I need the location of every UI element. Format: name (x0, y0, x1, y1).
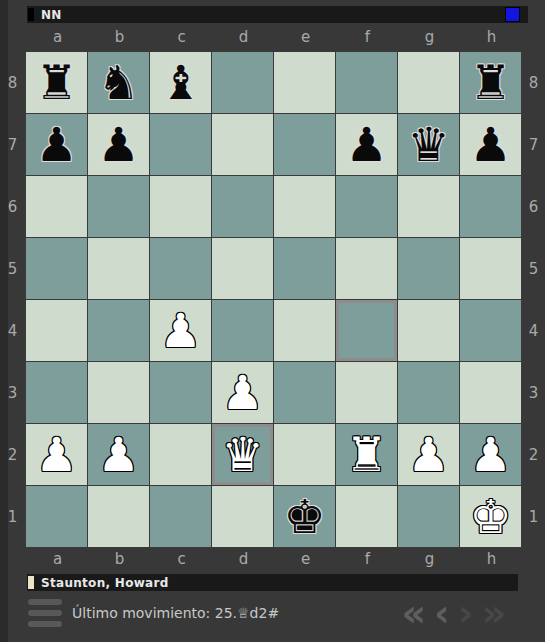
menu-button[interactable] (28, 599, 62, 627)
white-color-tick (28, 576, 34, 589)
square-e7[interactable] (274, 114, 335, 175)
square-a5[interactable] (26, 238, 87, 299)
white-queen: ♛ (221, 431, 263, 478)
square-b8[interactable]: ♞ (88, 52, 149, 113)
square-h1[interactable]: ♚ (460, 486, 521, 547)
square-h7[interactable]: ♟ (460, 114, 521, 175)
square-a1[interactable] (26, 486, 87, 547)
square-e1[interactable]: ♚ (274, 486, 335, 547)
square-g2[interactable]: ♟ (398, 424, 459, 485)
file-label-c: c (151, 28, 212, 46)
square-d3[interactable]: ♟ (212, 362, 273, 423)
white-player-bar: Staunton, Howard (27, 574, 518, 591)
white-pawn: ♟ (469, 431, 511, 478)
square-b6[interactable] (88, 176, 149, 237)
rank-label-8: 8 (522, 52, 545, 113)
move-navigation: «‹›» (402, 599, 518, 627)
square-g1[interactable] (398, 486, 459, 547)
file-label-f: f (337, 550, 398, 568)
board-area: 87654321 ♜♞♝♜♟♟♟♛♟♟♟♟♟♛♜♟♟♚♚ 87654321 (0, 51, 545, 548)
square-a2[interactable]: ♟ (26, 424, 87, 485)
white-pawn: ♟ (407, 431, 449, 478)
black-knight: ♞ (97, 59, 139, 106)
square-e8[interactable] (274, 52, 335, 113)
black-pawn: ♟ (35, 121, 77, 168)
nav-next-button[interactable]: › (458, 599, 474, 627)
square-d4[interactable] (212, 300, 273, 361)
file-label-g: g (399, 550, 460, 568)
chess-app-window: NN abcdefgh 87654321 ♜♞♝♜♟♟♟♛♟♟♟♟♟♛♜♟♟♚♚… (0, 0, 545, 642)
file-label-h: h (461, 28, 522, 46)
file-label-e: e (275, 28, 336, 46)
file-labels-bottom: abcdefgh (27, 548, 545, 570)
file-label-e: e (275, 550, 336, 568)
file-label-c: c (151, 550, 212, 568)
square-h8[interactable]: ♜ (460, 52, 521, 113)
file-label-a: a (27, 28, 88, 46)
black-pawn: ♟ (345, 121, 387, 168)
square-d2[interactable]: ♛ (212, 424, 273, 485)
square-g6[interactable] (398, 176, 459, 237)
nav-first-button[interactable]: « (402, 599, 427, 627)
square-g4[interactable] (398, 300, 459, 361)
square-c8[interactable]: ♝ (150, 52, 211, 113)
blue-status-square (505, 7, 520, 22)
square-d7[interactable] (212, 114, 273, 175)
file-label-f: f (337, 28, 398, 46)
square-f1[interactable] (336, 486, 397, 547)
square-b5[interactable] (88, 238, 149, 299)
square-a3[interactable] (26, 362, 87, 423)
square-e5[interactable] (274, 238, 335, 299)
square-h6[interactable] (460, 176, 521, 237)
square-c7[interactable] (150, 114, 211, 175)
rank-label-2: 2 (522, 424, 545, 485)
square-c3[interactable] (150, 362, 211, 423)
black-queen: ♛ (407, 121, 449, 168)
square-e3[interactable] (274, 362, 335, 423)
square-g3[interactable] (398, 362, 459, 423)
square-f7[interactable]: ♟ (336, 114, 397, 175)
square-h3[interactable] (460, 362, 521, 423)
rank-label-4: 4 (522, 300, 545, 361)
square-a7[interactable]: ♟ (26, 114, 87, 175)
square-h5[interactable] (460, 238, 521, 299)
square-c2[interactable] (150, 424, 211, 485)
square-a6[interactable] (26, 176, 87, 237)
rank-label-1: 1 (522, 486, 545, 547)
file-label-d: d (213, 28, 274, 46)
square-f6[interactable] (336, 176, 397, 237)
square-g8[interactable] (398, 52, 459, 113)
square-f5[interactable] (336, 238, 397, 299)
file-label-b: b (89, 28, 150, 46)
square-g7[interactable]: ♛ (398, 114, 459, 175)
file-label-g: g (399, 28, 460, 46)
square-c4[interactable]: ♟ (150, 300, 211, 361)
square-e2[interactable] (274, 424, 335, 485)
square-b3[interactable] (88, 362, 149, 423)
rank-label-3: 3 (522, 362, 545, 423)
file-label-h: h (461, 550, 522, 568)
black-pawn: ♟ (97, 121, 139, 168)
menu-icon (28, 599, 62, 605)
square-c5[interactable] (150, 238, 211, 299)
square-f3[interactable] (336, 362, 397, 423)
square-d1[interactable] (212, 486, 273, 547)
white-rook: ♜ (345, 431, 387, 478)
white-pawn: ♟ (221, 369, 263, 416)
square-d8[interactable] (212, 52, 273, 113)
rank-label-7: 7 (522, 114, 545, 175)
nav-previous-button[interactable]: ‹ (434, 599, 450, 627)
square-g5[interactable] (398, 238, 459, 299)
white-king: ♚ (469, 493, 511, 540)
square-e6[interactable] (274, 176, 335, 237)
black-pawn: ♟ (469, 121, 511, 168)
rank-label-5: 5 (522, 238, 545, 299)
square-c6[interactable] (150, 176, 211, 237)
square-h4[interactable] (460, 300, 521, 361)
board: ♜♞♝♜♟♟♟♛♟♟♟♟♟♛♜♟♟♚♚ (25, 51, 522, 548)
white-pawn: ♟ (35, 431, 77, 478)
file-labels-top: abcdefgh (27, 23, 545, 51)
black-bishop: ♝ (159, 59, 201, 106)
black-rook: ♜ (469, 59, 511, 106)
square-h2[interactable]: ♟ (460, 424, 521, 485)
square-b2[interactable]: ♟ (88, 424, 149, 485)
rank-label-6: 6 (522, 176, 545, 237)
black-color-tick (28, 8, 34, 21)
square-f8[interactable] (336, 52, 397, 113)
black-king: ♚ (283, 493, 325, 540)
square-b1[interactable] (88, 486, 149, 547)
black-player-name: NN (41, 8, 62, 22)
square-d5[interactable] (212, 238, 273, 299)
square-c1[interactable] (150, 486, 211, 547)
square-e4[interactable] (274, 300, 335, 361)
black-player-bar: NN (27, 6, 528, 23)
left-edge-strip (0, 0, 8, 642)
square-b4[interactable] (88, 300, 149, 361)
square-d6[interactable] (212, 176, 273, 237)
last-move-text: Último movimiento: 25.♕d2# (72, 605, 279, 621)
white-player-name: Staunton, Howard (41, 576, 169, 590)
footer-controls: Último movimiento: 25.♕d2# «‹›» (28, 599, 518, 627)
file-label-d: d (213, 550, 274, 568)
file-label-a: a (27, 550, 88, 568)
file-label-b: b (89, 550, 150, 568)
square-f4[interactable] (336, 300, 397, 361)
rank-labels-right: 87654321 (522, 51, 545, 548)
nav-last-button[interactable]: » (481, 599, 506, 627)
black-rook: ♜ (35, 59, 77, 106)
square-a8[interactable]: ♜ (26, 52, 87, 113)
white-pawn: ♟ (97, 431, 139, 478)
square-b7[interactable]: ♟ (88, 114, 149, 175)
square-a4[interactable] (26, 300, 87, 361)
white-pawn: ♟ (159, 307, 201, 354)
square-f2[interactable]: ♜ (336, 424, 397, 485)
